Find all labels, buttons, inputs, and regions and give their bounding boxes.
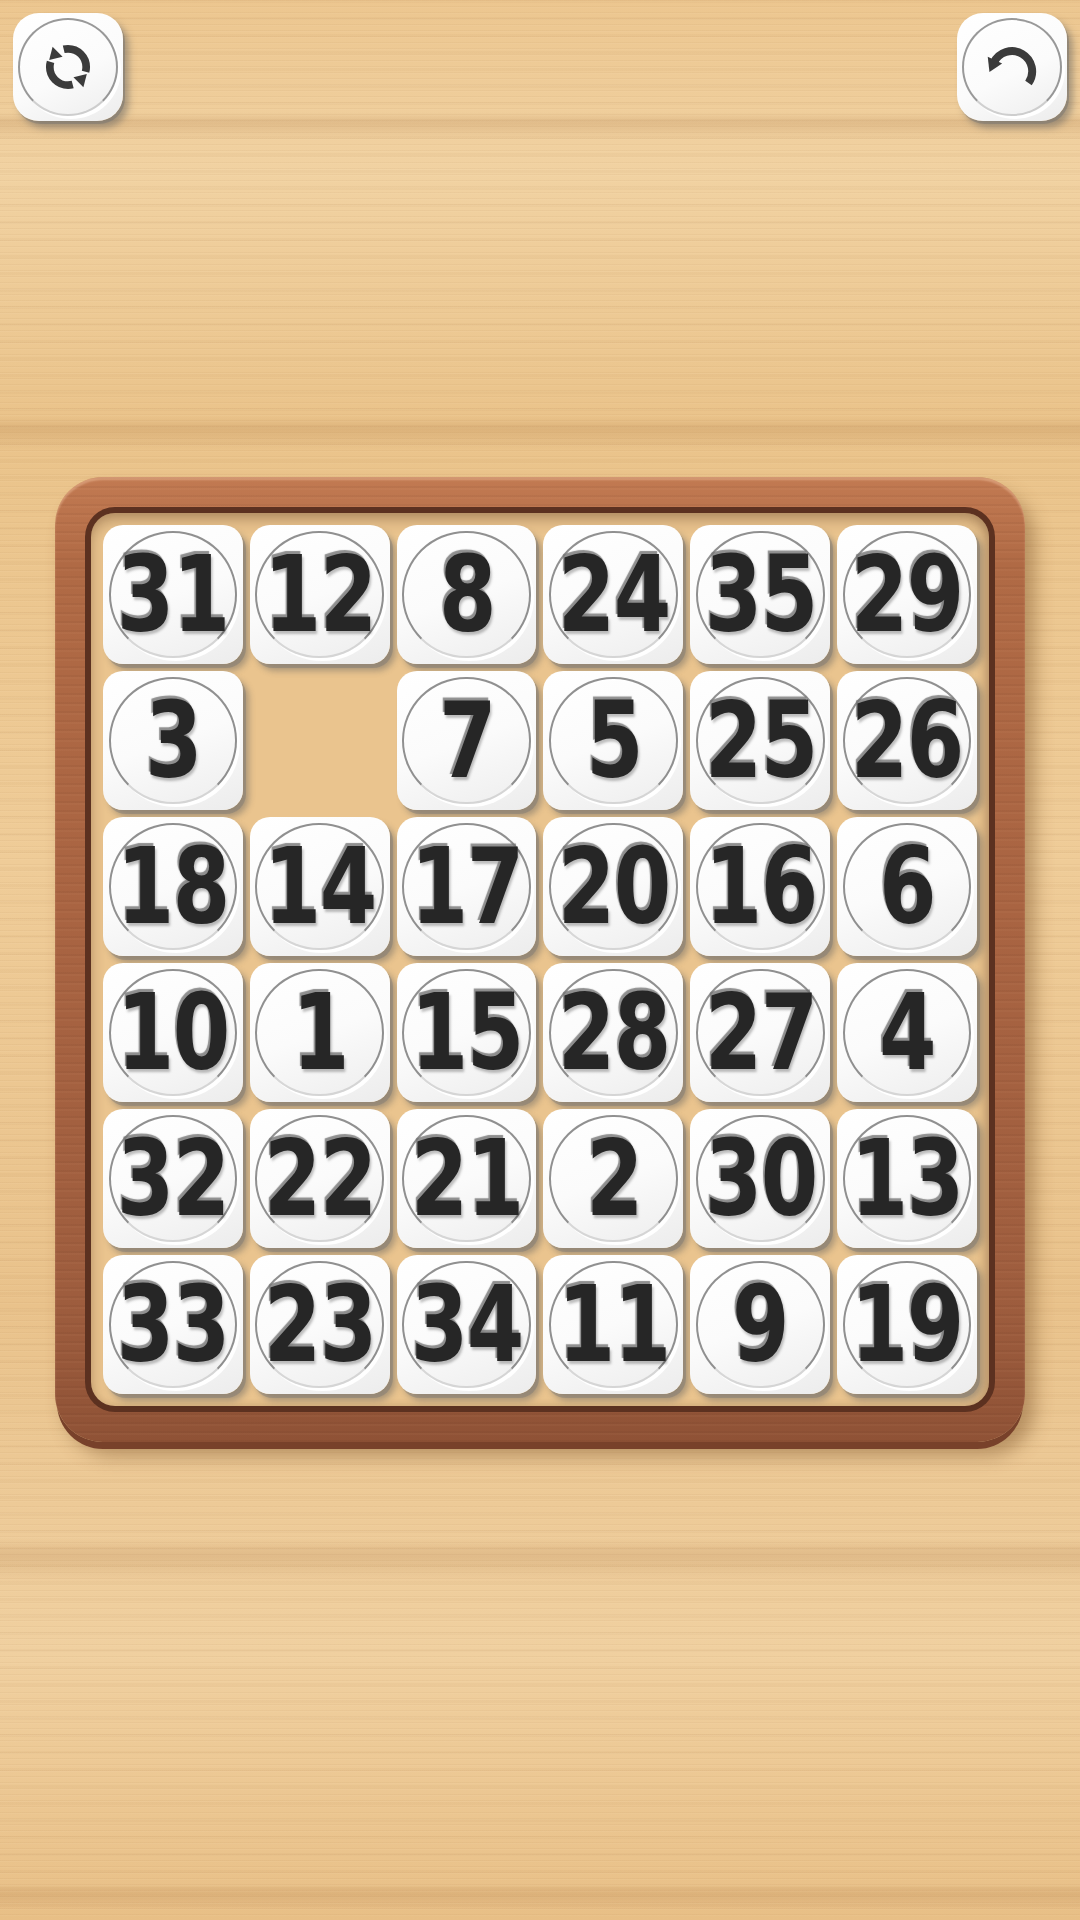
tile-number: 14	[264, 834, 376, 940]
tile-11[interactable]: 11	[543, 1255, 683, 1394]
empty-cell	[250, 671, 390, 810]
tile-number: 6	[879, 834, 935, 940]
tile-14[interactable]: 14	[250, 817, 390, 956]
tile-2[interactable]: 2	[543, 1109, 683, 1248]
tile-number: 17	[411, 834, 523, 940]
refresh-icon	[33, 32, 103, 102]
tile-number: 15	[411, 980, 523, 1086]
wood-grain-band	[0, 112, 1080, 140]
tile-number: 7	[439, 688, 495, 794]
tile-22[interactable]: 22	[250, 1109, 390, 1248]
tile-number: 29	[851, 542, 963, 648]
tile-1[interactable]: 1	[250, 963, 390, 1102]
tile-number: 34	[411, 1272, 523, 1378]
tile-30[interactable]: 30	[690, 1109, 830, 1248]
tile-33[interactable]: 33	[103, 1255, 243, 1394]
tile-number: 24	[558, 542, 670, 648]
tile-number: 1	[292, 980, 348, 1086]
tile-35[interactable]: 35	[690, 525, 830, 664]
tile-number: 8	[439, 542, 495, 648]
tile-7[interactable]: 7	[397, 671, 537, 810]
tile-number: 25	[704, 688, 816, 794]
tile-24[interactable]: 24	[543, 525, 683, 664]
tile-19[interactable]: 19	[837, 1255, 977, 1394]
tile-5[interactable]: 5	[543, 671, 683, 810]
tile-number: 10	[117, 980, 229, 1086]
tile-number: 5	[585, 688, 641, 794]
tile-29[interactable]: 29	[837, 525, 977, 664]
tile-number: 30	[704, 1126, 816, 1232]
undo-button[interactable]	[957, 13, 1067, 121]
tile-number: 32	[117, 1126, 229, 1232]
tile-number: 33	[117, 1272, 229, 1378]
tile-6[interactable]: 6	[837, 817, 977, 956]
tile-number: 22	[264, 1126, 376, 1232]
tile-8[interactable]: 8	[397, 525, 537, 664]
tile-28[interactable]: 28	[543, 963, 683, 1102]
tile-number: 26	[851, 688, 963, 794]
tile-number: 31	[117, 542, 229, 648]
tile-27[interactable]: 27	[690, 963, 830, 1102]
tile-number: 9	[732, 1272, 788, 1378]
wood-grain-band	[0, 1884, 1080, 1910]
tile-10[interactable]: 10	[103, 963, 243, 1102]
tile-31[interactable]: 31	[103, 525, 243, 664]
tile-number: 12	[264, 542, 376, 648]
tile-grid: 3112824352937525261814172016610115282743…	[103, 525, 977, 1394]
wood-grain-band	[0, 416, 1080, 450]
tile-12[interactable]: 12	[250, 525, 390, 664]
tile-9[interactable]: 9	[690, 1255, 830, 1394]
tile-32[interactable]: 32	[103, 1109, 243, 1248]
tile-number: 13	[851, 1126, 963, 1232]
tile-number: 18	[117, 834, 229, 940]
tile-17[interactable]: 17	[397, 817, 537, 956]
puzzle-board-well: 3112824352937525261814172016610115282743…	[91, 513, 989, 1406]
tile-number: 35	[704, 542, 816, 648]
undo-icon	[976, 31, 1048, 103]
tile-number: 28	[558, 980, 670, 1086]
tile-20[interactable]: 20	[543, 817, 683, 956]
tile-number: 4	[879, 980, 935, 1086]
tile-4[interactable]: 4	[837, 963, 977, 1102]
tile-25[interactable]: 25	[690, 671, 830, 810]
restart-button[interactable]	[13, 13, 123, 121]
wood-grain-band	[0, 1538, 1080, 1582]
tile-number: 16	[704, 834, 816, 940]
tile-34[interactable]: 34	[397, 1255, 537, 1394]
tile-number: 21	[411, 1126, 523, 1232]
tile-number: 23	[264, 1272, 376, 1378]
tile-number: 2	[585, 1126, 641, 1232]
tile-26[interactable]: 26	[837, 671, 977, 810]
tile-15[interactable]: 15	[397, 963, 537, 1102]
tile-13[interactable]: 13	[837, 1109, 977, 1248]
tile-number: 3	[145, 688, 201, 794]
tile-21[interactable]: 21	[397, 1109, 537, 1248]
tile-number: 20	[558, 834, 670, 940]
puzzle-board-frame: 3112824352937525261814172016610115282743…	[55, 477, 1025, 1442]
tile-16[interactable]: 16	[690, 817, 830, 956]
tile-number: 27	[704, 980, 816, 1086]
tile-23[interactable]: 23	[250, 1255, 390, 1394]
tile-number: 19	[851, 1272, 963, 1378]
tile-18[interactable]: 18	[103, 817, 243, 956]
tile-3[interactable]: 3	[103, 671, 243, 810]
tile-number: 11	[558, 1272, 670, 1378]
